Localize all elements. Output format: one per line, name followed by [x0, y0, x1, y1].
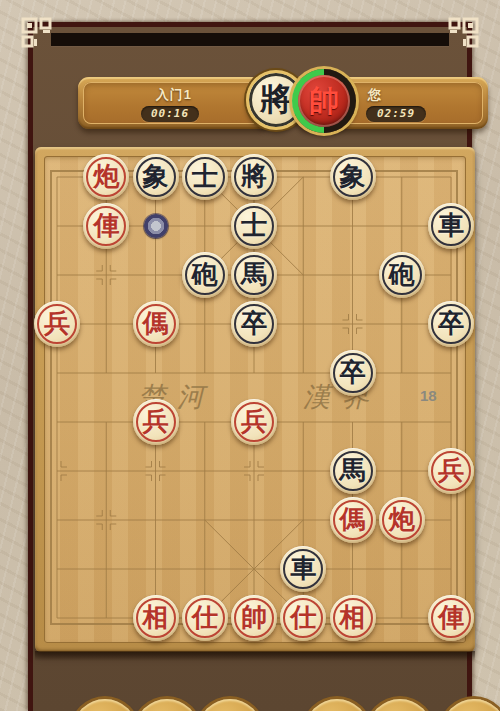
piece-ring: [185, 598, 225, 638]
piece-red-兵[interactable]: 兵: [231, 399, 277, 445]
piece-ring: [37, 304, 77, 344]
piece-ring: [136, 402, 176, 442]
piece-ring: [431, 206, 471, 246]
user-avatar-timer-ring: 帥: [292, 69, 356, 133]
piece-ring: [431, 304, 471, 344]
replay-button[interactable]: ◎: [198, 699, 262, 711]
piece-ring: [234, 206, 274, 246]
piece-red-帥[interactable]: 帥: [231, 595, 277, 641]
piece-ring: [234, 304, 274, 344]
piece-ring: [86, 206, 126, 246]
piece-red-傌[interactable]: 傌: [330, 497, 376, 543]
piece-red-傌[interactable]: 傌: [133, 301, 179, 347]
piece-ring: [185, 255, 225, 295]
piece-black-砲[interactable]: 砲: [379, 252, 425, 298]
menu-button[interactable]: ≡: [368, 699, 432, 711]
piece-black-卒[interactable]: 卒: [428, 301, 474, 347]
piece-black-車[interactable]: 車: [428, 203, 474, 249]
piece-ring: [136, 157, 176, 197]
piece-black-象[interactable]: 象: [133, 154, 179, 200]
black-general-glyph: 將: [260, 78, 292, 122]
move-number: 18: [420, 387, 437, 404]
piece-black-砲[interactable]: 砲: [182, 252, 228, 298]
piece-ring: [382, 255, 422, 295]
piece-black-士[interactable]: 士: [182, 154, 228, 200]
piece-red-兵[interactable]: 兵: [428, 448, 474, 494]
piece-red-仕[interactable]: 仕: [280, 595, 326, 641]
piece-ring: [136, 304, 176, 344]
piece-ring: [234, 157, 274, 197]
opponent-timer: 00:16: [141, 106, 199, 122]
piece-red-仕[interactable]: 仕: [182, 595, 228, 641]
user-timer: 02:59: [366, 106, 426, 122]
piece-red-俥[interactable]: 俥: [428, 595, 474, 641]
piece-ring: [86, 157, 126, 197]
piece-ring: [234, 255, 274, 295]
game-frame: 入门1 00:16 將 您 02:59 帥 楚河 漢界 18 炮象士將象俥士車砲…: [28, 22, 472, 711]
piece-ring: [382, 500, 422, 540]
piece-black-將[interactable]: 將: [231, 154, 277, 200]
piece-red-炮[interactable]: 炮: [379, 497, 425, 543]
piece-ring: [234, 402, 274, 442]
piece-ring: [283, 598, 323, 638]
corner-ornament-left: [20, 16, 54, 50]
last-move-marker: [144, 214, 168, 238]
piece-ring: [333, 500, 373, 540]
piece-red-俥[interactable]: 俥: [83, 203, 129, 249]
piece-black-車[interactable]: 車: [280, 546, 326, 592]
info-button[interactable]: i: [135, 699, 199, 711]
user-avatar-piece: 帥: [298, 75, 350, 127]
piece-ring: [431, 598, 471, 638]
piece-red-相[interactable]: 相: [330, 595, 376, 641]
piece-ring: [333, 353, 373, 393]
red-general-glyph: 帥: [309, 81, 339, 122]
piece-red-兵[interactable]: 兵: [34, 301, 80, 347]
opponent-name: 入门1: [156, 86, 192, 104]
piece-red-兵[interactable]: 兵: [133, 399, 179, 445]
piece-black-馬[interactable]: 馬: [330, 448, 376, 494]
board-shadow: [35, 651, 475, 661]
piece-ring: [333, 598, 373, 638]
piece-black-卒[interactable]: 卒: [330, 350, 376, 396]
user-name: 您: [368, 86, 382, 104]
undo-button[interactable]: ↩: [442, 699, 500, 711]
piece-black-士[interactable]: 士: [231, 203, 277, 249]
hint-button[interactable]: ☼: [305, 699, 369, 711]
piece-ring: [136, 598, 176, 638]
piece-black-卒[interactable]: 卒: [231, 301, 277, 347]
xiangqi-board[interactable]: 楚河 漢界 18 炮象士將象俥士車砲馬砲兵傌卒卒卒兵兵馬兵傌炮車相仕帥仕相俥: [35, 147, 475, 652]
corner-ornament-right: [446, 16, 480, 50]
opponent-panel: 入门1 00:16 將: [78, 77, 270, 129]
piece-red-炮[interactable]: 炮: [83, 154, 129, 200]
top-strip: [51, 33, 449, 46]
piece-black-象[interactable]: 象: [330, 154, 376, 200]
piece-ring: [185, 157, 225, 197]
game-screen: 入门1 00:16 將 您 02:59 帥 楚河 漢界 18 炮象士將象俥士車砲…: [0, 0, 500, 711]
piece-ring: [234, 598, 274, 638]
piece-ring: [333, 451, 373, 491]
piece-red-相[interactable]: 相: [133, 595, 179, 641]
piece-ring: [333, 157, 373, 197]
piece-ring: [283, 549, 323, 589]
user-panel: 您 02:59 帥: [296, 77, 488, 129]
piece-ring: [431, 451, 471, 491]
piece-black-馬[interactable]: 馬: [231, 252, 277, 298]
back-button[interactable]: ←: [73, 699, 137, 711]
